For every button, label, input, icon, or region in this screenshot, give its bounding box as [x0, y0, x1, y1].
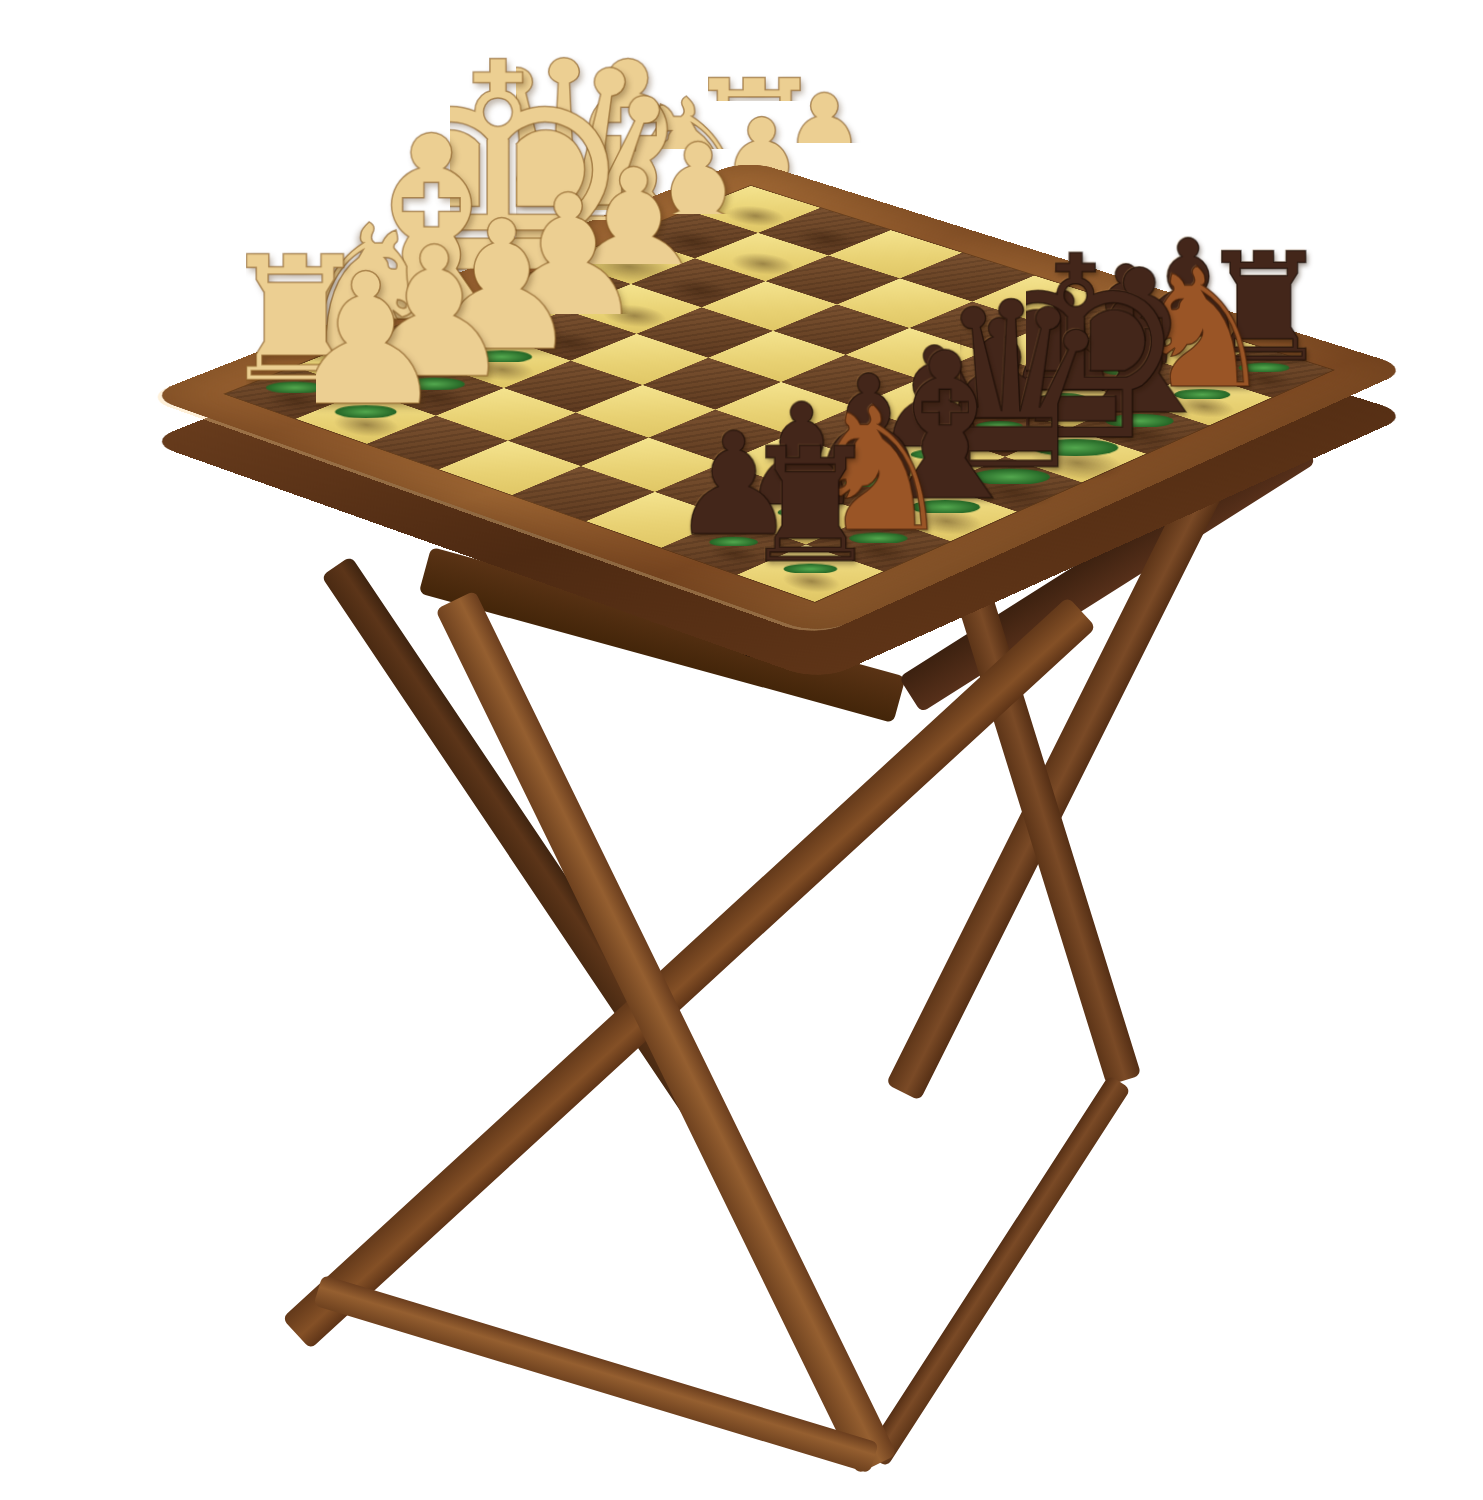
pawn-icon: ♟	[284, 266, 447, 415]
felt-base	[784, 563, 838, 574]
chess-table-photo: ♜♞♟♝♟♛♟♚♟♝♟♞♟♟♜♟♜♟♟♞♟♝♟♚♟♛♟♝♟♞♟♜	[0, 0, 1483, 1500]
table-stretcher	[865, 1075, 1131, 1467]
piece-light-pawn-a2[interactable]: ♟	[316, 52, 415, 416]
felt-base	[335, 406, 397, 419]
rook-icon: ♜	[740, 442, 882, 571]
chess-board: ♜♞♟♝♟♛♟♚♟♝♟♞♟♟♜♟♜♟♟♞♟♝♟♚♟♛♟♝♟♞♟♜	[146, 160, 1411, 636]
piece-dark-rook-a8[interactable]: ♜	[759, 192, 862, 571]
